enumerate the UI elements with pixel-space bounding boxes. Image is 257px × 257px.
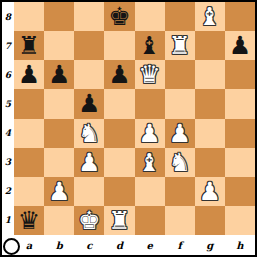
file-labels: abcdefgh (14, 235, 255, 255)
square-h1[interactable] (225, 206, 255, 235)
square-b8[interactable] (44, 2, 74, 31)
square-d5[interactable] (104, 89, 134, 118)
square-b6[interactable]: ♟ (44, 60, 74, 89)
square-c2[interactable] (74, 177, 104, 206)
rank-labels: 87654321 (2, 2, 14, 235)
square-g4[interactable] (195, 119, 225, 148)
square-h3[interactable] (225, 148, 255, 177)
file-label-h: h (225, 235, 255, 255)
square-c8[interactable] (74, 2, 104, 31)
square-e5[interactable] (135, 89, 165, 118)
square-d6[interactable]: ♟ (104, 60, 134, 89)
square-f6[interactable] (165, 60, 195, 89)
piece-white-pawn-f4[interactable]: ♟ (168, 121, 190, 146)
piece-black-queen-a1[interactable]: ♛ (18, 208, 40, 233)
square-f1[interactable] (165, 206, 195, 235)
square-c3[interactable]: ♟ (74, 148, 104, 177)
square-a4[interactable] (14, 119, 44, 148)
square-g1[interactable] (195, 206, 225, 235)
square-a6[interactable]: ♟ (14, 60, 44, 89)
square-a5[interactable] (14, 89, 44, 118)
square-b3[interactable] (44, 148, 74, 177)
square-d2[interactable] (104, 177, 134, 206)
square-e8[interactable] (135, 2, 165, 31)
piece-white-knight-f3[interactable]: ♞ (168, 150, 190, 175)
square-f5[interactable] (165, 89, 195, 118)
piece-black-pawn-b6[interactable]: ♟ (48, 62, 70, 87)
square-e4[interactable]: ♟ (135, 119, 165, 148)
rank-label-5: 5 (2, 89, 14, 118)
square-h5[interactable] (225, 89, 255, 118)
piece-black-pawn-a6[interactable]: ♟ (18, 62, 40, 87)
square-g2[interactable]: ♟ (195, 177, 225, 206)
square-a3[interactable] (14, 148, 44, 177)
square-h7[interactable]: ♟ (225, 31, 255, 60)
square-f8[interactable] (165, 2, 195, 31)
square-f4[interactable]: ♟ (165, 119, 195, 148)
square-f3[interactable]: ♞ (165, 148, 195, 177)
square-b2[interactable]: ♟ (44, 177, 74, 206)
piece-white-rook-d1[interactable]: ♜ (108, 208, 130, 233)
square-b5[interactable] (44, 89, 74, 118)
square-e2[interactable] (135, 177, 165, 206)
square-e6[interactable]: ♛ (135, 60, 165, 89)
piece-black-rook-a7[interactable]: ♜ (18, 33, 40, 58)
square-g8[interactable]: ♝ (195, 2, 225, 31)
square-e7[interactable]: ♝ (135, 31, 165, 60)
square-b4[interactable] (44, 119, 74, 148)
chess-diagram: ♚♝♜♝♜♟♟♟♟♛♟♞♟♟♟♝♞♟♟♛♚♜ 87654321 abcdefgh (0, 0, 257, 257)
white-to-move-indicator-icon (3, 238, 20, 255)
square-c6[interactable] (74, 60, 104, 89)
rank-label-8: 8 (2, 2, 14, 31)
rank-label-2: 2 (2, 177, 14, 206)
square-d7[interactable] (104, 31, 134, 60)
chess-board: ♚♝♜♝♜♟♟♟♟♛♟♞♟♟♟♝♞♟♟♛♚♜ (14, 2, 255, 235)
square-g5[interactable] (195, 89, 225, 118)
file-label-e: e (135, 235, 165, 255)
square-b7[interactable] (44, 31, 74, 60)
square-d3[interactable] (104, 148, 134, 177)
square-f2[interactable] (165, 177, 195, 206)
square-c7[interactable] (74, 31, 104, 60)
piece-white-queen-e6[interactable]: ♛ (138, 62, 160, 87)
piece-black-bishop-e7[interactable]: ♝ (138, 33, 160, 58)
square-d4[interactable] (104, 119, 134, 148)
square-h4[interactable] (225, 119, 255, 148)
square-a2[interactable] (14, 177, 44, 206)
square-g7[interactable] (195, 31, 225, 60)
rank-label-7: 7 (2, 31, 14, 60)
square-g3[interactable] (195, 148, 225, 177)
square-a8[interactable] (14, 2, 44, 31)
piece-white-pawn-b2[interactable]: ♟ (48, 179, 70, 204)
file-label-c: c (74, 235, 104, 255)
square-d8[interactable]: ♚ (104, 2, 134, 31)
square-g6[interactable] (195, 60, 225, 89)
square-b1[interactable] (44, 206, 74, 235)
square-a1[interactable]: ♛ (14, 206, 44, 235)
rank-label-3: 3 (2, 148, 14, 177)
piece-white-bishop-g8[interactable]: ♝ (199, 4, 221, 29)
square-e3[interactable]: ♝ (135, 148, 165, 177)
piece-black-pawn-d6[interactable]: ♟ (108, 62, 130, 87)
piece-white-king-c1[interactable]: ♚ (78, 208, 100, 233)
piece-white-pawn-c3[interactable]: ♟ (78, 150, 100, 175)
piece-white-knight-c4[interactable]: ♞ (78, 121, 100, 146)
piece-white-pawn-e4[interactable]: ♟ (138, 121, 160, 146)
piece-white-pawn-g2[interactable]: ♟ (199, 179, 221, 204)
rank-label-4: 4 (2, 119, 14, 148)
square-d1[interactable]: ♜ (104, 206, 134, 235)
square-c4[interactable]: ♞ (74, 119, 104, 148)
square-h8[interactable] (225, 2, 255, 31)
piece-white-rook-f7[interactable]: ♜ (168, 33, 190, 58)
rank-label-6: 6 (2, 60, 14, 89)
piece-black-pawn-h7[interactable]: ♟ (229, 33, 251, 58)
file-label-g: g (195, 235, 225, 255)
square-c1[interactable]: ♚ (74, 206, 104, 235)
file-label-b: b (44, 235, 74, 255)
file-label-d: d (104, 235, 134, 255)
square-a7[interactable]: ♜ (14, 31, 44, 60)
square-c5[interactable]: ♟ (74, 89, 104, 118)
square-f7[interactable]: ♜ (165, 31, 195, 60)
rank-label-1: 1 (2, 206, 14, 235)
square-h6[interactable] (225, 60, 255, 89)
file-label-f: f (165, 235, 195, 255)
piece-black-king-d8[interactable]: ♚ (108, 4, 130, 29)
square-h2[interactable] (225, 177, 255, 206)
square-e1[interactable] (135, 206, 165, 235)
piece-white-bishop-e3[interactable]: ♝ (138, 150, 160, 175)
piece-black-pawn-c5[interactable]: ♟ (78, 91, 100, 116)
